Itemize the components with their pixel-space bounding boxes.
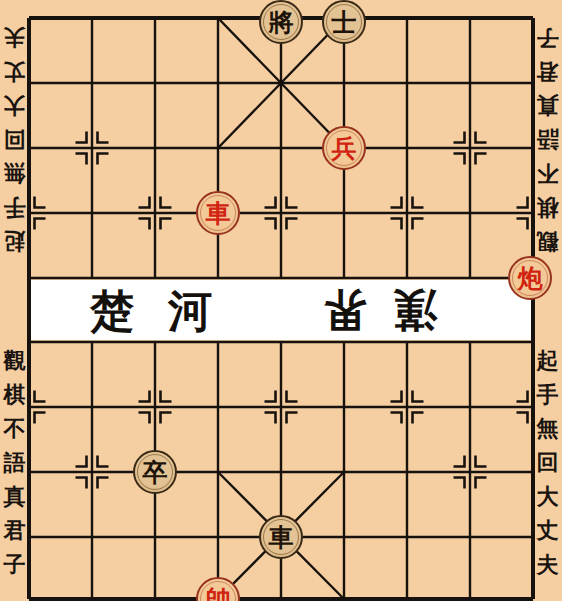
text-char: 無 [537,417,559,439]
xiangqi-board[interactable]: 起手無回大丈夫 觀棋不語真君子 觀棋不語真君子 起手無回大丈夫 楚河 漢界 將士… [0,0,562,601]
text-char: 大 [537,485,559,507]
text-char: 手 [4,197,26,219]
piece-black-advisor[interactable]: 士 [322,0,366,44]
couplet-left-top: 起手無回大丈夫 [0,27,29,253]
text-char: 丈 [4,61,26,83]
piece-black-chariot[interactable]: 車 [259,515,303,559]
text-char: 大 [4,95,26,117]
couplet-left-bottom: 觀棋不語真君子 [0,349,29,575]
text-char: 子 [537,27,559,49]
text-char: 楚 [90,289,134,333]
text-char: 回 [4,129,26,151]
text-char: 起 [4,231,26,253]
text-char: 語 [4,451,26,473]
text-char: 手 [537,383,559,405]
text-char: 夫 [4,27,26,49]
text-char: 回 [537,451,559,473]
piece-black-pawn[interactable]: 卒 [133,450,177,494]
text-char: 丈 [537,519,559,541]
piece-red-chariot[interactable]: 車 [196,191,240,235]
piece-red-pawn[interactable]: 兵 [322,126,366,170]
text-char: 棋 [537,197,559,219]
text-char: 界 [323,289,367,333]
text-char: 夫 [537,553,559,575]
piece-black-general[interactable]: 將 [259,0,303,44]
text-char: 君 [537,61,559,83]
text-char: 真 [4,485,26,507]
text-char: 觀 [4,349,26,371]
text-char: 不 [537,163,559,185]
text-char: 語 [537,129,559,151]
text-char: 君 [4,519,26,541]
text-char: 河 [168,289,212,333]
text-char: 不 [4,417,26,439]
text-char: 起 [537,349,559,371]
text-char: 子 [4,553,26,575]
text-char: 漢 [393,289,437,333]
text-char: 棋 [4,383,26,405]
text-char: 無 [4,163,26,185]
couplet-right-bottom: 起手無回大丈夫 [533,349,562,575]
river-label-han-jie: 漢界 [310,280,450,341]
text-char: 觀 [537,231,559,253]
xiangqi-screenshot: 起手無回大丈夫 觀棋不語真君子 觀棋不語真君子 起手無回大丈夫 楚河 漢界 將士… [0,0,562,603]
text-char: 真 [537,95,559,117]
river-label-chu-he: 楚河 [73,280,229,341]
piece-red-cannon[interactable]: 炮 [508,256,552,300]
couplet-right-top: 觀棋不語真君子 [533,27,562,253]
